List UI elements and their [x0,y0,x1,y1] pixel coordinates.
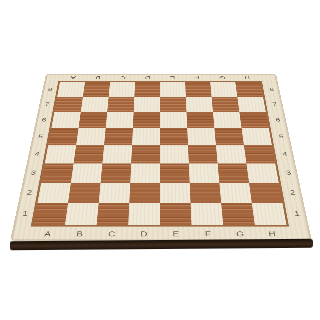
square-h3 [246,163,278,182]
rank-label-4: 4 [276,145,294,163]
rank-label-8: 8 [264,82,280,96]
square-d4 [131,145,160,163]
square-b3 [71,163,102,182]
square-h4 [244,145,275,163]
chessboard-photo: ABCDEFGH 87654321 87654321 ABCDEFGH [0,0,320,320]
rank-label-2: 2 [283,183,303,203]
rank-label-1: 1 [287,203,308,225]
file-label-a: A [30,228,64,240]
square-a2 [37,183,70,203]
square-c2 [99,183,131,203]
square-a7 [54,97,83,112]
file-label-b: B [63,228,96,240]
square-d3 [130,163,160,182]
square-d2 [129,183,160,203]
square-g4 [216,145,246,163]
square-f7 [186,97,213,112]
square-f3 [189,163,220,182]
board-edge [10,239,313,250]
file-label-c: C [110,74,135,81]
square-d8 [134,82,160,96]
square-c7 [107,97,134,112]
file-label-d: D [128,228,160,240]
square-e5 [160,128,188,145]
square-e7 [160,97,186,112]
file-labels-top: ABCDEFGH [60,74,260,81]
square-h2 [249,183,282,203]
square-g8 [210,82,237,96]
chessboard: ABCDEFGH 87654321 87654321 ABCDEFGH [10,74,312,241]
square-g5 [214,128,244,145]
square-a5 [48,128,78,145]
rank-label-6: 6 [270,112,287,128]
square-b8 [83,82,110,96]
board-squares [31,81,289,226]
file-label-d: D [135,74,160,81]
square-h1 [252,203,287,225]
square-f2 [190,183,222,203]
square-b6 [78,112,107,128]
file-label-a: A [60,74,86,81]
rank-label-5: 5 [273,128,291,145]
rank-label-3: 3 [279,163,298,182]
square-g2 [219,183,251,203]
square-b7 [81,97,109,112]
square-c1 [97,203,130,225]
square-a4 [45,145,76,163]
file-label-e: E [160,228,192,240]
square-h8 [235,82,263,96]
square-a8 [57,82,85,96]
square-b1 [65,203,99,225]
square-a3 [41,163,73,182]
square-f8 [185,82,211,96]
square-b2 [68,183,101,203]
square-c8 [109,82,135,96]
square-g1 [221,203,255,225]
square-e6 [160,112,187,128]
square-c4 [102,145,132,163]
square-a1 [33,203,68,225]
square-b4 [74,145,105,163]
square-e8 [160,82,186,96]
square-g3 [218,163,249,182]
square-h7 [237,97,266,112]
square-d7 [134,97,160,112]
square-c3 [101,163,132,182]
square-h5 [242,128,272,145]
square-e3 [160,163,190,182]
square-d1 [128,203,160,225]
square-g7 [212,97,240,112]
square-f1 [191,203,224,225]
file-label-h: H [234,74,260,81]
square-b5 [76,128,106,145]
square-e4 [160,145,189,163]
square-h6 [239,112,268,128]
square-f5 [187,128,216,145]
square-d6 [133,112,160,128]
square-c5 [104,128,133,145]
square-a6 [51,112,80,128]
square-e1 [160,203,192,225]
file-label-b: B [85,74,111,81]
rank-label-7: 7 [267,97,284,112]
square-c6 [106,112,134,128]
square-f6 [186,112,214,128]
square-e2 [160,183,191,203]
square-f4 [188,145,218,163]
square-d5 [132,128,160,145]
file-label-f: F [185,74,210,81]
file-label-f: F [192,228,225,240]
file-label-e: E [160,74,185,81]
file-label-c: C [95,228,128,240]
square-g6 [213,112,242,128]
file-label-g: G [209,74,235,81]
